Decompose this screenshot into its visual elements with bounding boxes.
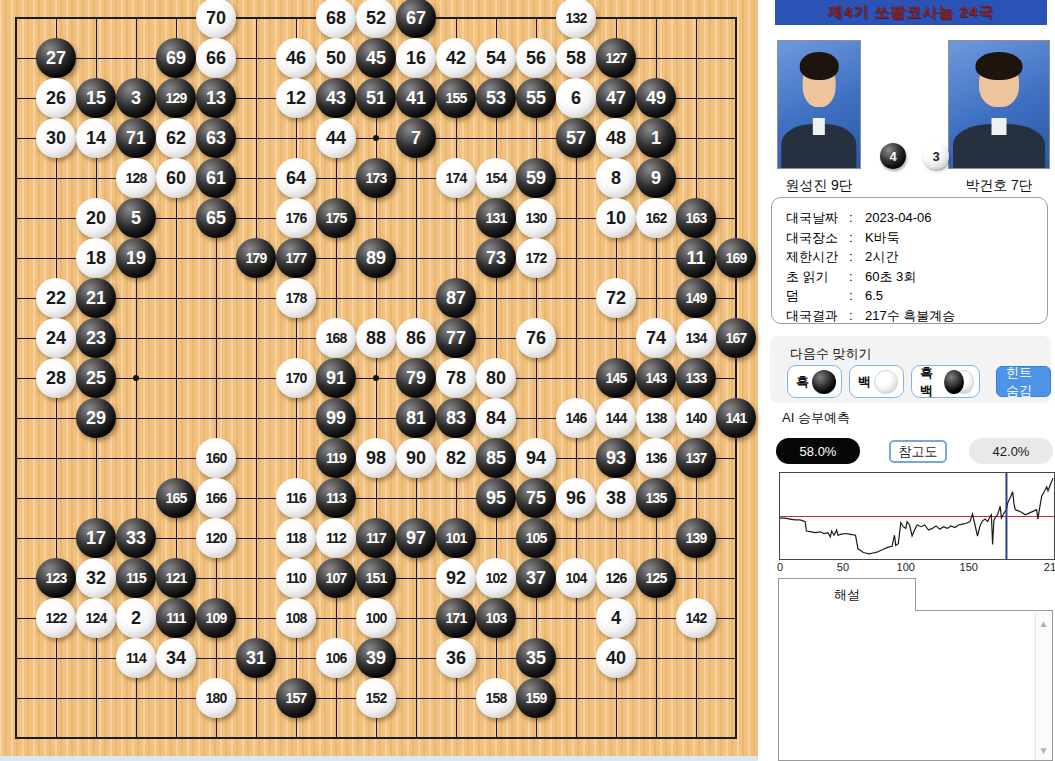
info-value: K바둑 [865,228,900,248]
go-stone-white-116: 116 [276,478,316,518]
go-stone-black-37: 37 [516,558,556,598]
stone-move-number: 128 [126,171,147,185]
go-stone-black-157: 157 [276,678,316,718]
go-stone-white-76: 76 [516,318,556,358]
stone-move-number: 11 [686,249,705,267]
stone-move-number: 26 [46,89,66,107]
stone-move-number: 157 [286,691,307,705]
stone-move-number: 10 [606,209,626,227]
stone-move-number: 49 [646,89,666,107]
go-stone-black-119: 119 [316,438,356,478]
stone-move-number: 127 [606,51,627,65]
go-stone-black-171: 171 [436,598,476,638]
info-label: 덤 [786,286,849,306]
stone-move-number: 58 [566,49,586,67]
go-stone-white-174: 174 [436,158,476,198]
commentary-content: ▲ ▼ [778,610,1053,761]
go-stone-white-166: 166 [196,478,236,518]
stone-move-number: 76 [526,329,546,347]
go-stone-black-145: 145 [596,358,636,398]
go-stone-white-26: 26 [36,78,76,118]
info-colon: : [849,228,865,248]
guess-white-button[interactable]: 백 [849,365,904,398]
go-stone-white-126: 126 [596,558,636,598]
go-stone-white-36: 36 [436,638,476,678]
go-stone-white-152: 152 [356,678,396,718]
stone-move-number: 103 [486,611,507,625]
go-stone-white-122: 122 [36,598,76,638]
go-stone-white-64: 64 [276,158,316,198]
commentary-scrollbar[interactable]: ▲ ▼ [1035,612,1051,760]
stone-move-number: 65 [206,209,226,227]
stone-move-number: 126 [606,571,627,585]
ai-prediction-label: AI 승부예측 [782,409,850,427]
stone-move-number: 140 [686,411,707,425]
x-tick-0: 0 [777,561,783,573]
go-stone-white-78: 78 [436,358,476,398]
go-stone-black-143: 143 [636,358,676,398]
stone-move-number: 83 [446,409,466,427]
commentary-tab[interactable]: 해설 [778,578,916,611]
stone-move-number: 63 [206,129,226,147]
info-label: 대국결과 [786,306,849,326]
go-stone-white-38: 38 [596,478,636,518]
photo-hair [800,52,839,80]
stone-move-number: 25 [86,369,106,387]
stone-move-number: 134 [686,331,707,345]
go-stone-white-130: 130 [516,198,556,238]
go-stone-white-158: 158 [476,678,516,718]
go-stone-white-134: 134 [676,318,716,358]
stone-move-number: 27 [46,49,66,67]
stone-move-number: 104 [566,571,587,585]
go-stone-white-104: 104 [556,558,596,598]
go-stone-black-137: 137 [676,438,716,478]
go-stone-white-44: 44 [316,118,356,158]
go-stone-white-30: 30 [36,118,76,158]
go-stone-black-45: 45 [356,38,396,78]
stone-move-number: 54 [486,49,506,67]
go-stone-black-125: 125 [636,558,676,598]
go-stone-white-82: 82 [436,438,476,478]
go-stone-black-107: 107 [316,558,356,598]
go-stone-black-5: 5 [116,198,156,238]
stone-move-number: 133 [686,371,707,385]
go-stone-white-176: 176 [276,198,316,238]
stone-move-number: 77 [446,329,466,347]
go-stone-white-20: 20 [76,198,116,238]
stone-move-number: 72 [606,289,626,307]
go-stone-white-146: 146 [556,398,596,438]
stone-move-number: 145 [606,371,627,385]
stone-move-number: 86 [406,329,426,347]
go-stone-white-94: 94 [516,438,556,478]
info-row-1: 대국장소:K바둑 [786,228,1041,248]
go-stone-black-135: 135 [636,478,676,518]
go-stone-black-95: 95 [476,478,516,518]
go-stone-black-167: 167 [716,318,756,358]
go-stone-white-170: 170 [276,358,316,398]
go-stone-black-47: 47 [596,78,636,118]
stone-move-number: 158 [486,691,507,705]
star-point [133,375,139,381]
stone-move-number: 21 [86,289,106,307]
stone-move-number: 113 [326,491,346,505]
go-stone-white-18: 18 [76,238,116,278]
stone-move-number: 55 [526,89,546,107]
go-stone-white-4: 4 [596,598,636,638]
stone-move-number: 117 [366,531,386,545]
go-stone-black-177: 177 [276,238,316,278]
go-stone-white-74: 74 [636,318,676,358]
info-row-5: 대국결과:217수 흑불계승 [786,306,1041,326]
stone-move-number: 6 [571,89,581,107]
go-stone-black-115: 115 [116,558,156,598]
info-colon: : [849,208,865,228]
stone-move-number: 143 [646,371,667,385]
stone-move-number: 132 [566,11,587,25]
go-stone-black-139: 139 [676,518,716,558]
stone-move-number: 137 [686,451,707,465]
stone-move-number: 51 [366,89,386,107]
stone-move-number: 178 [286,291,307,305]
go-stone-white-50: 50 [316,38,356,78]
stone-move-number: 67 [406,9,426,27]
stone-move-number: 142 [686,611,707,625]
go-stone-white-144: 144 [596,398,636,438]
go-stone-white-42: 42 [436,38,476,78]
stone-move-number: 73 [486,249,506,267]
stone-move-number: 99 [326,409,346,427]
go-stone-black-163: 163 [676,198,716,238]
go-stone-white-12: 12 [276,78,316,118]
scroll-down-icon[interactable]: ▼ [1036,745,1051,756]
go-stone-black-17: 17 [76,518,116,558]
info-label: 제한시간 [786,247,849,267]
go-stone-white-162: 162 [636,198,676,238]
stone-move-number: 173 [366,171,387,185]
white-player-name: 박건호 7단 [948,177,1050,195]
stone-move-number: 152 [366,691,387,705]
stone-move-number: 82 [446,449,466,467]
stone-move-number: 172 [526,251,547,265]
stone-move-number: 35 [526,649,546,667]
stone-move-number: 71 [126,129,146,147]
go-stone-black-31: 31 [236,638,276,678]
info-value: 2023-04-06 [865,208,932,228]
stone-move-number: 16 [406,49,426,67]
go-stone-black-41: 41 [396,78,436,118]
stone-move-number: 88 [366,329,386,347]
stone-move-number: 3 [131,89,141,107]
go-stone-black-127: 127 [596,38,636,78]
stone-move-number: 155 [446,91,467,105]
stone-move-number: 37 [526,569,546,587]
stone-move-number: 90 [406,449,426,467]
stone-move-number: 94 [526,449,546,467]
info-label: 초 읽기 [786,267,849,287]
stone-move-number: 53 [486,89,506,107]
info-row-0: 대국날짜:2023-04-06 [786,208,1041,228]
go-stone-white-102: 102 [476,558,516,598]
game-info-box: 대국날짜:2023-04-06대국장소:K바둑제한시간:2시간초 읽기:60초 … [771,197,1048,324]
stone-move-number: 91 [326,369,346,387]
go-stone-white-40: 40 [596,638,636,678]
go-stone-black-39: 39 [356,638,396,678]
go-stone-black-79: 79 [396,358,436,398]
go-stone-white-88: 88 [356,318,396,358]
stone-move-number: 110 [286,571,306,585]
stone-move-number: 42 [446,49,466,67]
stone-move-number: 174 [446,171,467,185]
stone-move-number: 85 [486,449,506,467]
go-stone-white-72: 72 [596,278,636,318]
go-stone-white-154: 154 [476,158,516,198]
stone-move-number: 122 [46,611,67,625]
stone-move-number: 87 [446,289,466,307]
go-stone-white-86: 86 [396,318,436,358]
hide-hint-button[interactable]: 힌트숨김 [996,366,1051,397]
go-stone-white-178: 178 [276,278,316,318]
stone-move-number: 166 [206,491,227,505]
stone-move-number: 144 [606,411,627,425]
go-stone-white-10: 10 [596,198,636,238]
info-row-3: 초 읽기:60초 3회 [786,267,1041,287]
go-stone-white-62: 62 [156,118,196,158]
stone-move-number: 109 [206,611,227,625]
stone-move-number: 114 [126,651,146,665]
go-stone-white-34: 34 [156,638,196,678]
stone-move-number: 2 [131,609,141,627]
go-stone-white-100: 100 [356,598,396,638]
stone-move-number: 14 [86,129,106,147]
go-stone-black-85: 85 [476,438,516,478]
stone-move-number: 38 [606,489,626,507]
go-stone-black-9: 9 [636,158,676,198]
grid-line-v [536,18,537,738]
go-stone-white-138: 138 [636,398,676,438]
stone-move-number: 139 [686,531,707,545]
go-stone-white-124: 124 [76,598,116,638]
go-stone-black-27: 27 [36,38,76,78]
go-stone-white-140: 140 [676,398,716,438]
go-stone-black-11: 11 [676,238,716,278]
go-stone-white-136: 136 [636,438,676,478]
stone-move-number: 31 [246,649,266,667]
go-stone-white-46: 46 [276,38,316,78]
stone-move-number: 168 [326,331,347,345]
stone-move-number: 79 [406,369,426,387]
stone-move-number: 159 [526,691,547,705]
go-stone-black-103: 103 [476,598,516,638]
black-stone-icon [944,370,964,394]
go-stone-black-3: 3 [116,78,156,118]
stone-move-number: 48 [606,129,626,147]
guess-next-move-label: 다음수 맞히기 [790,345,872,363]
stone-move-number: 101 [446,531,467,545]
info-row-2: 제한시간:2시간 [786,247,1041,267]
stone-move-number: 47 [606,89,626,107]
go-stone-black-23: 23 [76,318,116,358]
stone-move-number: 149 [686,291,707,305]
go-stone-white-98: 98 [356,438,396,478]
stone-move-number: 57 [566,129,586,147]
stone-move-number: 120 [206,531,227,545]
go-stone-black-71: 71 [116,118,156,158]
go-stone-black-77: 77 [436,318,476,358]
go-stone-black-19: 19 [116,238,156,278]
guess-white-label: 백 [858,373,871,391]
go-stone-black-151: 151 [356,558,396,598]
go-stone-black-21: 21 [76,278,116,318]
guess-black-button[interactable]: 흑 [787,365,842,398]
go-stone-white-60: 60 [156,158,196,198]
go-stone-black-133: 133 [676,358,716,398]
stone-move-number: 118 [286,531,306,545]
stone-move-number: 70 [206,9,226,27]
go-stone-black-61: 61 [196,158,236,198]
go-stone-black-7: 7 [396,118,436,158]
stone-move-number: 96 [566,489,586,507]
go-stone-black-97: 97 [396,518,436,558]
stone-move-number: 61 [206,169,226,187]
stone-move-number: 93 [606,449,626,467]
go-stone-black-93: 93 [596,438,636,478]
go-stone-white-32: 32 [76,558,116,598]
go-stone-black-55: 55 [516,78,556,118]
info-colon: : [849,286,865,306]
go-stone-black-73: 73 [476,238,516,278]
stone-move-number: 80 [486,369,506,387]
stone-move-number: 75 [526,489,546,507]
stone-move-number: 121 [166,571,187,585]
go-stone-white-180: 180 [196,678,236,718]
white-stone-icon [874,370,898,394]
stone-move-number: 176 [286,211,307,225]
stone-move-number: 20 [86,209,106,227]
stone-move-number: 41 [406,89,426,107]
guess-black-label: 흑 [796,373,809,391]
stone-move-number: 116 [286,491,306,505]
info-row-4: 덤:6.5 [786,286,1041,306]
go-stone-black-131: 131 [476,198,516,238]
stone-move-number: 22 [46,289,66,307]
stone-move-number: 92 [446,569,466,587]
go-stone-black-121: 121 [156,558,196,598]
stone-move-number: 32 [86,569,106,587]
stone-move-number: 177 [286,251,307,265]
go-stone-white-16: 16 [396,38,436,78]
go-stone-black-105: 105 [516,518,556,558]
go-stone-black-59: 59 [516,158,556,198]
go-stone-white-90: 90 [396,438,436,478]
go-stone-white-112: 112 [316,518,356,558]
photo-shirt [813,118,825,135]
go-stone-white-56: 56 [516,38,556,78]
stone-move-number: 98 [366,449,386,467]
stone-move-number: 45 [366,49,386,67]
stone-move-number: 66 [206,49,226,67]
info-label: 대국날짜 [786,208,849,228]
stone-move-number: 100 [366,611,387,625]
stone-move-number: 129 [166,91,187,105]
go-stone-white-24: 24 [36,318,76,358]
stone-move-number: 131 [486,211,507,225]
stone-move-number: 56 [526,49,546,67]
go-stone-black-57: 57 [556,118,596,158]
stone-move-number: 160 [206,451,227,465]
go-stone-black-109: 109 [196,598,236,638]
go-stone-black-83: 83 [436,398,476,438]
go-stone-white-2: 2 [116,598,156,638]
go-stone-black-81: 81 [396,398,436,438]
stone-move-number: 138 [646,411,667,425]
board-bottom-strip [0,756,758,761]
x-tick-100: 100 [897,561,915,573]
stone-move-number: 62 [166,129,186,147]
stone-move-number: 15 [86,89,106,107]
go-stone-black-169: 169 [716,238,756,278]
scroll-up-icon[interactable]: ▲ [1036,618,1051,629]
black-captures-count: 4 [889,149,896,164]
stone-move-number: 13 [206,89,226,107]
stone-move-number: 108 [286,611,307,625]
go-stone-black-89: 89 [356,238,396,278]
stone-move-number: 19 [126,249,146,267]
stone-move-number: 40 [606,649,626,667]
stone-move-number: 141 [726,411,747,425]
black-captures-badge: 4 [880,143,906,169]
reference-diagram-button[interactable]: 참고도 [889,440,947,463]
go-stone-black-99: 99 [316,398,356,438]
go-stone-white-66: 66 [196,38,236,78]
go-stone-black-155: 155 [436,78,476,118]
go-stone-black-1: 1 [636,118,676,158]
go-stone-white-58: 58 [556,38,596,78]
stone-move-number: 74 [646,329,666,347]
stone-move-number: 23 [86,329,106,347]
go-stone-black-49: 49 [636,78,676,118]
stone-move-number: 102 [486,571,507,585]
go-stone-black-141: 141 [716,398,756,438]
info-label: 대국장소 [786,228,849,248]
white-captures-count: 3 [932,149,939,164]
stone-move-number: 17 [86,529,106,547]
go-stone-white-114: 114 [116,638,156,678]
go-board[interactable]: 7068526713227696646504516425456581272615… [0,0,758,756]
go-stone-white-80: 80 [476,358,516,398]
go-stone-black-29: 29 [76,398,116,438]
star-point [373,135,379,141]
go-stone-black-51: 51 [356,78,396,118]
go-stone-black-149: 149 [676,278,716,318]
go-stone-black-111: 111 [156,598,196,638]
stone-move-number: 115 [126,571,146,585]
stone-move-number: 64 [286,169,306,187]
go-stone-white-128: 128 [116,158,156,198]
winrate-chart [779,472,1055,560]
stone-move-number: 69 [166,49,186,67]
info-value: 2시간 [865,247,898,267]
stone-move-number: 151 [366,571,387,585]
go-stone-black-69: 69 [156,38,196,78]
stone-move-number: 89 [366,249,386,267]
guess-both-button[interactable]: 흑백 [911,365,980,398]
stone-move-number: 68 [326,9,346,27]
stone-move-number: 179 [246,251,267,265]
black-winrate-pill: 58.0% [776,438,860,464]
go-stone-black-35: 35 [516,638,556,678]
